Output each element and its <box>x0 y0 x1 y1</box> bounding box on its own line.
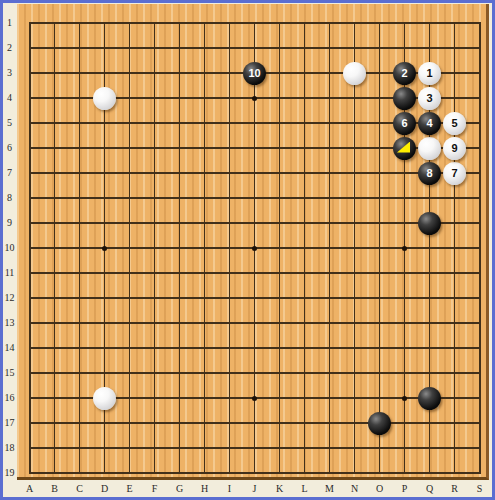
row-label-4: 4 <box>2 92 17 104</box>
row-label-10: 10 <box>2 242 17 254</box>
grid-hline <box>30 272 480 274</box>
move-number: 6 <box>401 117 407 129</box>
white-stone[interactable] <box>418 137 441 160</box>
black-stone-move-8[interactable]: 8 <box>418 162 441 185</box>
row-label-3: 3 <box>2 67 17 79</box>
column-label-H: H <box>196 482 213 495</box>
grid-vline <box>379 23 381 473</box>
column-label-C: C <box>71 482 88 495</box>
grid-hline <box>30 297 480 299</box>
row-label-12: 12 <box>2 292 17 304</box>
grid-hline <box>30 322 480 324</box>
white-stone[interactable] <box>93 87 116 110</box>
column-label-E: E <box>121 482 138 495</box>
white-stone-move-9[interactable]: 9 <box>443 137 466 160</box>
move-number: 7 <box>451 167 457 179</box>
star-point <box>402 396 407 401</box>
column-label-F: F <box>146 482 163 495</box>
column-label-M: M <box>321 482 338 495</box>
black-stone[interactable] <box>418 212 441 235</box>
column-label-G: G <box>171 482 188 495</box>
grid-vline <box>279 23 281 473</box>
column-label-A: A <box>21 482 38 495</box>
column-label-I: I <box>221 482 238 495</box>
row-label-7: 7 <box>2 167 17 179</box>
goban[interactable]: 12345678910 <box>17 4 489 480</box>
black-stone-move-10[interactable]: 10 <box>243 62 266 85</box>
white-stone[interactable] <box>93 387 116 410</box>
grid-hline <box>30 372 480 374</box>
move-number: 8 <box>426 167 432 179</box>
column-label-O: O <box>371 482 388 495</box>
grid-vline <box>329 23 331 473</box>
star-point <box>252 396 257 401</box>
row-label-13: 13 <box>2 317 17 329</box>
column-label-D: D <box>96 482 113 495</box>
black-stone-move-4[interactable]: 4 <box>418 112 441 135</box>
column-label-N: N <box>346 482 363 495</box>
column-label-L: L <box>296 482 313 495</box>
column-label-K: K <box>271 482 288 495</box>
star-point <box>252 96 257 101</box>
grid-vline <box>454 23 456 473</box>
row-label-15: 15 <box>2 367 17 379</box>
white-stone-move-1[interactable]: 1 <box>418 62 441 85</box>
go-diagram-window: 12345678910 1234567891011121314151617181… <box>0 0 495 500</box>
row-label-2: 2 <box>2 42 17 54</box>
grid-vline <box>354 23 356 473</box>
move-number: 10 <box>248 67 260 79</box>
black-stone[interactable] <box>418 387 441 410</box>
black-stone[interactable] <box>368 412 391 435</box>
black-stone-marked[interactable] <box>393 137 416 160</box>
row-label-19: 19 <box>2 467 17 479</box>
grid-hline <box>30 447 480 449</box>
row-label-5: 5 <box>2 117 17 129</box>
star-point <box>402 246 407 251</box>
grid-hline <box>30 347 480 349</box>
row-label-18: 18 <box>2 442 17 454</box>
row-label-9: 9 <box>2 217 17 229</box>
row-label-14: 14 <box>2 342 17 354</box>
move-number: 4 <box>426 117 432 129</box>
column-label-R: R <box>446 482 463 495</box>
star-point <box>252 246 257 251</box>
move-number: 9 <box>451 142 457 154</box>
white-stone-move-7[interactable]: 7 <box>443 162 466 185</box>
triangle-marker <box>397 142 410 153</box>
row-label-6: 6 <box>2 142 17 154</box>
row-label-11: 11 <box>2 267 17 279</box>
move-number: 2 <box>401 67 407 79</box>
grid-vline <box>304 23 306 473</box>
move-number: 3 <box>426 92 432 104</box>
column-label-P: P <box>396 482 413 495</box>
row-label-17: 17 <box>2 417 17 429</box>
row-label-16: 16 <box>2 392 17 404</box>
row-label-8: 8 <box>2 192 17 204</box>
grid-hline <box>30 422 480 424</box>
star-point <box>102 246 107 251</box>
column-label-B: B <box>46 482 63 495</box>
column-label-S: S <box>471 482 488 495</box>
move-number: 1 <box>426 67 432 79</box>
column-label-Q: Q <box>421 482 438 495</box>
black-stone[interactable] <box>393 87 416 110</box>
column-label-J: J <box>246 482 263 495</box>
white-stone[interactable] <box>343 62 366 85</box>
white-stone-move-3[interactable]: 3 <box>418 87 441 110</box>
black-stone-move-2[interactable]: 2 <box>393 62 416 85</box>
white-stone-move-5[interactable]: 5 <box>443 112 466 135</box>
row-label-1: 1 <box>2 17 17 29</box>
black-stone-move-6[interactable]: 6 <box>393 112 416 135</box>
move-number: 5 <box>451 117 457 129</box>
